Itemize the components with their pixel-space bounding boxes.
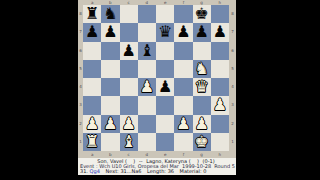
file-label-e-bottom: e (156, 151, 174, 158)
white-queen-g4: ♛ (194, 78, 208, 96)
video-frame: aabbccddeeffgghh8877665544332211♜♞♚♟♟♛♟♟… (0, 0, 320, 180)
white-king-g1: ♚ (194, 133, 208, 151)
square-b1 (101, 133, 119, 151)
white-pawn-a2: ♟ (85, 115, 99, 133)
square-h5 (211, 60, 229, 78)
rank-label-2-right: 2 (229, 115, 236, 133)
chess-board: aabbccddeeffgghh8877665544332211♜♞♚♟♟♛♟♟… (78, 0, 236, 158)
square-a2: ♟ (83, 115, 101, 133)
square-e7: ♛ (156, 23, 174, 41)
square-g5: ♞ (193, 60, 211, 78)
game-result: (0-1) (203, 159, 215, 164)
square-e3 (156, 96, 174, 114)
rank-label-7-right: 7 (229, 23, 236, 41)
rank-label-1-right: 1 (229, 133, 236, 151)
file-label-c-bottom: c (120, 151, 138, 158)
square-e5 (156, 60, 174, 78)
square-h1 (211, 133, 229, 151)
white-player-name: Son, Vavel (97, 159, 123, 164)
white-knight-g5: ♞ (194, 60, 208, 78)
square-b6 (101, 42, 119, 60)
square-b7: ♟ (101, 23, 119, 41)
next-move: 31...Na6 (120, 169, 141, 174)
chess-board-panel: aabbccddeeffgghh8877665544332211♜♞♚♟♟♛♟♟… (78, 0, 236, 158)
square-e2 (156, 115, 174, 133)
square-e4: ♟ (156, 78, 174, 96)
square-a7: ♟ (83, 23, 101, 41)
square-c1: ♝ (120, 133, 138, 151)
black-rook-a8: ♜ (85, 5, 99, 23)
square-c7 (120, 23, 138, 41)
square-d4: ♟ (138, 78, 156, 96)
square-b5 (101, 60, 119, 78)
square-d6: ♝ (138, 42, 156, 60)
black-bishop-d6: ♝ (140, 42, 154, 60)
white-pawn-h3: ♟ (213, 96, 227, 114)
file-label-g-bottom: g (193, 151, 211, 158)
black-queen-e7: ♛ (158, 23, 172, 41)
rank-label-8-right: 8 (229, 5, 236, 23)
square-d3 (138, 96, 156, 114)
square-f1 (174, 133, 192, 151)
next-move-label: Next: (105, 169, 118, 174)
white-pawn-g2: ♟ (194, 115, 208, 133)
square-g2: ♟ (193, 115, 211, 133)
white-pawn-c2: ♟ (121, 115, 135, 133)
square-h8 (211, 5, 229, 23)
square-a8: ♜ (83, 5, 101, 23)
rank-label-5-right: 5 (229, 60, 236, 78)
square-f6 (174, 42, 192, 60)
square-b8: ♞ (101, 5, 119, 23)
black-king-g8: ♚ (194, 5, 208, 23)
square-h7: ♟ (211, 23, 229, 41)
square-f7: ♟ (174, 23, 192, 41)
black-pawn-a7: ♟ (85, 23, 99, 41)
file-label-h-bottom: h (211, 151, 229, 158)
square-d2 (138, 115, 156, 133)
file-label-a-bottom: a (83, 151, 101, 158)
square-a1: ♜ (83, 133, 101, 151)
square-b4 (101, 78, 119, 96)
square-a6 (83, 42, 101, 60)
square-c2: ♟ (120, 115, 138, 133)
square-f4 (174, 78, 192, 96)
black-pawn-b7: ♟ (103, 23, 117, 41)
black-player-rating: ( ) (189, 159, 199, 164)
square-h4 (211, 78, 229, 96)
square-g6 (193, 42, 211, 60)
white-bishop-c1: ♝ (121, 133, 135, 151)
square-c3 (120, 96, 138, 114)
square-f3 (174, 96, 192, 114)
black-pawn-e4: ♟ (158, 78, 172, 96)
square-d1 (138, 133, 156, 151)
caption-bar: Son, Vavel ( ) -- Lagno, Kateryna ( ) (0… (78, 158, 236, 175)
square-a3 (83, 96, 101, 114)
rank-label-6-right: 6 (229, 42, 236, 60)
square-f5 (174, 60, 192, 78)
square-e8 (156, 5, 174, 23)
black-pawn-f7: ♟ (176, 23, 190, 41)
black-pawn-g7: ♟ (194, 23, 208, 41)
square-h3: ♟ (211, 96, 229, 114)
square-b2: ♟ (101, 115, 119, 133)
black-player-name: Lagno, Kateryna (146, 159, 187, 164)
black-pawn-c6: ♟ (121, 42, 135, 60)
square-g4: ♛ (193, 78, 211, 96)
square-g8: ♚ (193, 5, 211, 23)
square-d8 (138, 5, 156, 23)
square-h6 (211, 42, 229, 60)
move-status-line: 31. Qg4 Next: 31...Na6 Length: 36 Materi… (78, 169, 236, 174)
last-move-number: 31. (80, 169, 88, 174)
square-g3 (193, 96, 211, 114)
file-label-f-bottom: f (174, 151, 192, 158)
white-pawn-d4: ♟ (140, 78, 154, 96)
square-c6: ♟ (120, 42, 138, 60)
black-knight-b8: ♞ (103, 5, 117, 23)
square-b3 (101, 96, 119, 114)
white-rook-a1: ♜ (85, 133, 99, 151)
rank-label-4-right: 4 (229, 78, 236, 96)
white-player-rating: ( ) (125, 159, 135, 164)
square-e6 (156, 42, 174, 60)
square-c5 (120, 60, 138, 78)
square-d5 (138, 60, 156, 78)
file-label-d-bottom: d (138, 151, 156, 158)
length-label: Length: (147, 169, 166, 174)
black-pawn-h7: ♟ (213, 23, 227, 41)
square-a4 (83, 78, 101, 96)
last-move: Qg4 (90, 169, 100, 174)
square-f8 (174, 5, 192, 23)
rank-label-3-right: 3 (229, 96, 236, 114)
square-h2 (211, 115, 229, 133)
square-c8 (120, 5, 138, 23)
length-value: 36 (168, 169, 174, 174)
square-c4 (120, 78, 138, 96)
players-separator: -- (139, 159, 143, 164)
material-value: 0 (203, 169, 206, 174)
white-pawn-f2: ♟ (176, 115, 190, 133)
square-f2: ♟ (174, 115, 192, 133)
square-e1 (156, 133, 174, 151)
white-pawn-b2: ♟ (103, 115, 117, 133)
square-g7: ♟ (193, 23, 211, 41)
square-a5 (83, 60, 101, 78)
square-g1: ♚ (193, 133, 211, 151)
material-label: Material: (180, 169, 202, 174)
file-label-b-bottom: b (101, 151, 119, 158)
square-d7 (138, 23, 156, 41)
